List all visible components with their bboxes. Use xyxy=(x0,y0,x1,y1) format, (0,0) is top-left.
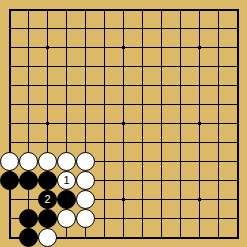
stone-white[interactable] xyxy=(0,152,19,171)
stone-white[interactable] xyxy=(57,152,76,171)
stone-black[interactable] xyxy=(19,171,38,190)
star-point xyxy=(122,122,125,125)
move-number-label: 1 xyxy=(63,175,69,186)
stone-black[interactable] xyxy=(19,209,38,228)
stone-black[interactable] xyxy=(0,171,19,190)
grid-line-v xyxy=(218,9,219,239)
move-number-label: 2 xyxy=(44,194,50,205)
stone-white[interactable] xyxy=(38,228,57,247)
go-diagram: 12 xyxy=(0,0,247,247)
stone-black[interactable] xyxy=(19,228,38,247)
stone-black-move-2[interactable]: 2 xyxy=(38,190,57,209)
star-point xyxy=(122,46,125,49)
star-point xyxy=(198,198,201,201)
stone-black[interactable] xyxy=(57,190,76,209)
grid-line-h xyxy=(9,142,239,143)
star-point xyxy=(46,46,49,49)
grid-line-v xyxy=(180,9,181,239)
stone-white[interactable] xyxy=(57,209,76,228)
stone-white[interactable] xyxy=(76,152,95,171)
stone-white-move-1[interactable]: 1 xyxy=(57,171,76,190)
star-point xyxy=(198,46,201,49)
grid-line-v xyxy=(161,9,162,239)
stone-white[interactable] xyxy=(76,209,95,228)
star-point xyxy=(122,198,125,201)
grid-line-v xyxy=(142,9,143,239)
stone-black[interactable] xyxy=(38,209,57,228)
stone-white[interactable] xyxy=(76,171,95,190)
star-point xyxy=(198,122,201,125)
stone-white[interactable] xyxy=(76,190,95,209)
go-board[interactable]: 12 xyxy=(0,0,247,247)
stone-white[interactable] xyxy=(19,152,38,171)
stone-black[interactable] xyxy=(38,171,57,190)
stone-white[interactable] xyxy=(38,152,57,171)
star-point xyxy=(46,122,49,125)
